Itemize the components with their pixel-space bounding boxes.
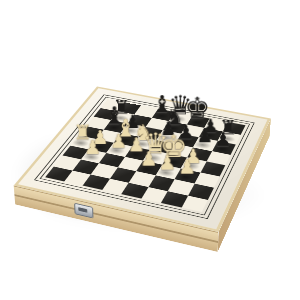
white-pawn-icon: ♟ bbox=[162, 157, 212, 177]
metal-clasp-icon bbox=[74, 202, 93, 218]
chess-box-lid: ♝♛♚♜♞♟♜♝♟♟♟♟♟♝♞♜♟♟♟♛♚♟♟♟♟♟ bbox=[14, 87, 271, 232]
white-pawn-icon: ♟ bbox=[68, 138, 117, 157]
chess-set-photo: ♝♛♚♜♞♟♜♝♟♟♟♟♟♝♞♜♟♟♟♛♚♟♟♟♟♟ bbox=[0, 0, 300, 300]
clasp-slot bbox=[78, 207, 87, 213]
